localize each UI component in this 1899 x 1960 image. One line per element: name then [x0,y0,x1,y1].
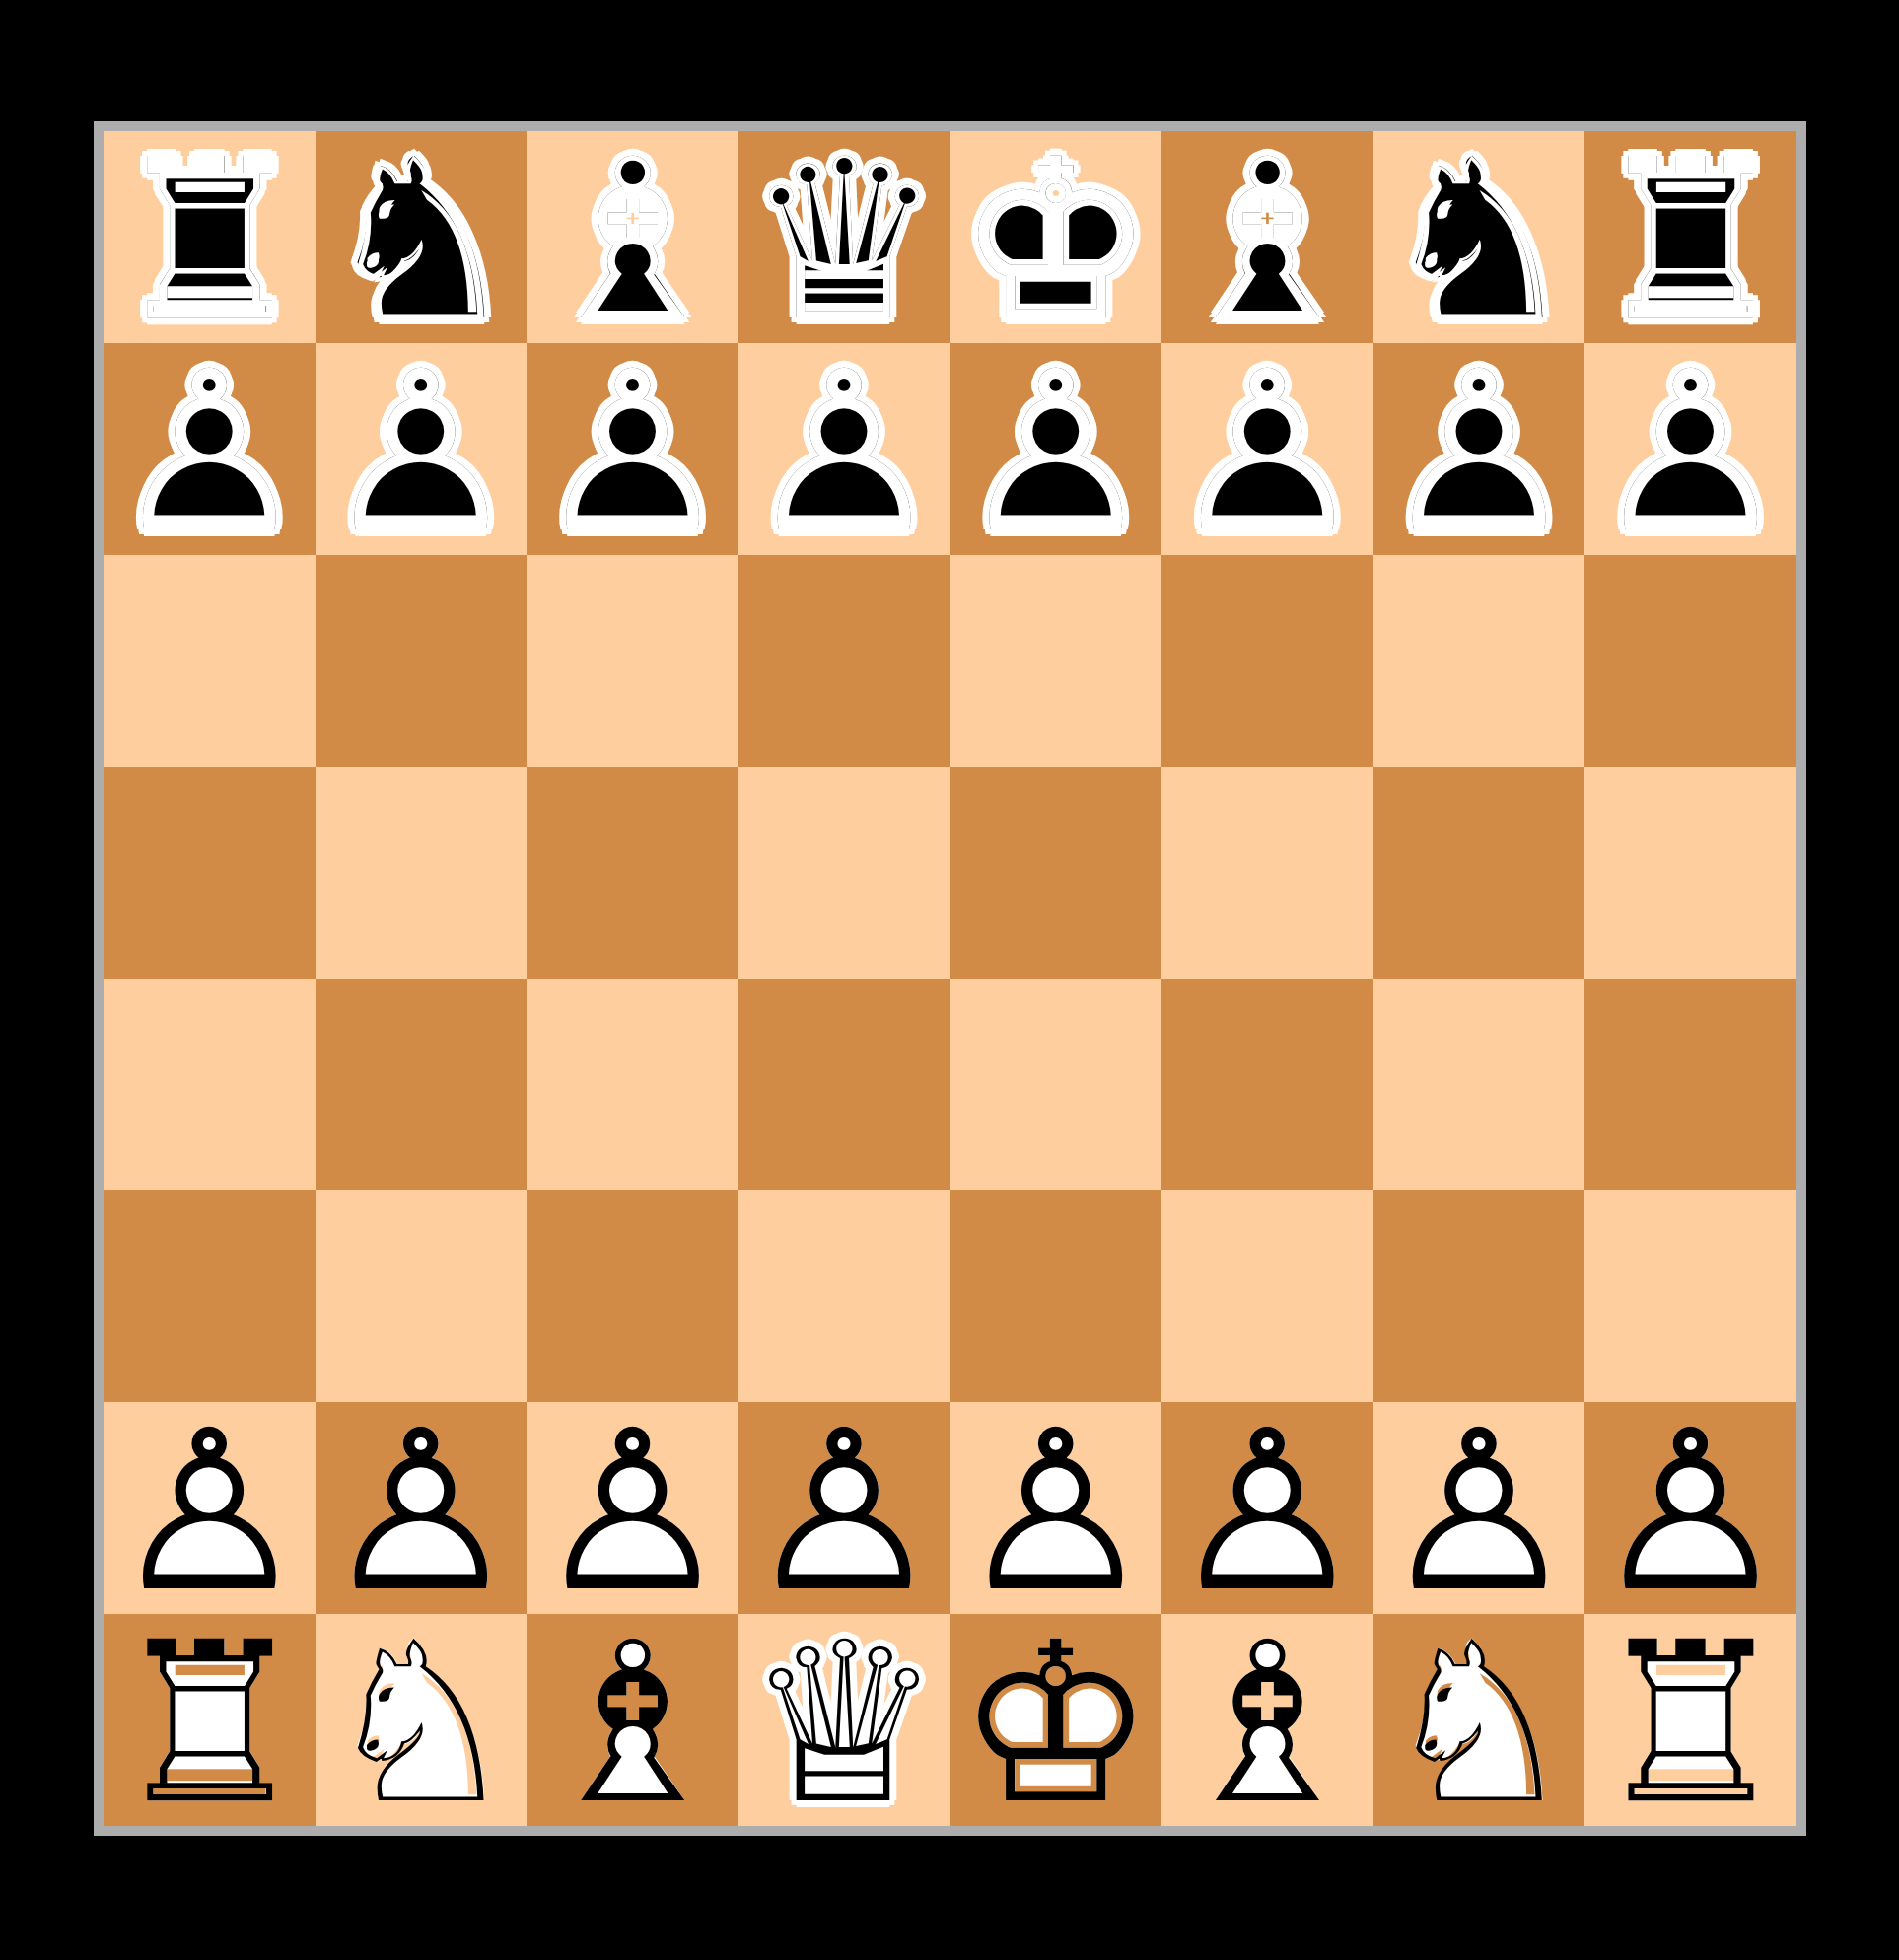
square-c4[interactable] [527,979,738,1191]
black-pawn[interactable]: ♟♙ [950,343,1162,555]
square-a3[interactable] [104,1190,316,1402]
white-pawn[interactable]: ♟♙ [104,1402,316,1614]
black-pawn[interactable]: ♟♙ [316,343,527,555]
page-background: ♜♖♞♘♝♗♛♕♚♔♝♗♞♘♜♖♟♙♟♙♟♙♟♙♟♙♟♙♟♙♟♙♟♙♟♙♟♙♟♙… [0,0,1899,1960]
white-pawn[interactable]: ♟♙ [738,1402,950,1614]
square-a5[interactable] [104,767,316,979]
piece-glyph-line: ♘ [1373,1618,1585,1830]
white-pawn[interactable]: ♟♙ [1373,1402,1585,1614]
square-c2[interactable]: ♟♙ [527,1402,738,1614]
square-c5[interactable] [527,767,738,979]
black-pawn[interactable]: ♟♙ [104,343,316,555]
piece-glyph-line: ♖ [104,1618,316,1830]
white-pawn[interactable]: ♟♙ [527,1402,738,1614]
black-knight[interactable]: ♞♘ [316,131,527,343]
square-h6[interactable] [1584,555,1796,767]
square-d6[interactable] [738,555,950,767]
white-king[interactable]: ♚♔ [950,1614,1162,1826]
square-d7[interactable]: ♟♙ [738,343,950,555]
piece-glyph-line: ♙ [527,1406,738,1618]
square-c6[interactable] [527,555,738,767]
square-e7[interactable]: ♟♙ [950,343,1162,555]
white-pawn[interactable]: ♟♙ [1584,1402,1796,1614]
piece-glyph-line: ♙ [316,1406,527,1618]
piece-glyph-line: ♙ [950,1406,1162,1618]
black-bishop[interactable]: ♝♗ [1161,131,1373,343]
square-h8[interactable]: ♜♖ [1584,131,1796,343]
piece-glyph-line: ♕ [738,1618,950,1830]
square-a8[interactable]: ♜♖ [104,131,316,343]
black-queen[interactable]: ♛♕ [738,131,950,343]
white-bishop[interactable]: ♝♗ [1161,1614,1373,1826]
white-pawn[interactable]: ♟♙ [1161,1402,1373,1614]
piece-glyph-line: ♙ [738,347,950,559]
square-d2[interactable]: ♟♙ [738,1402,950,1614]
piece-glyph-line: ♙ [527,347,738,559]
square-e8[interactable]: ♚♔ [950,131,1162,343]
black-knight[interactable]: ♞♘ [1373,131,1585,343]
square-c7[interactable]: ♟♙ [527,343,738,555]
piece-glyph-line: ♙ [1373,347,1585,559]
piece-glyph-line: ♙ [1161,347,1373,559]
white-rook[interactable]: ♜♖ [104,1614,316,1826]
square-e5[interactable] [950,767,1162,979]
square-g2[interactable]: ♟♙ [1373,1402,1585,1614]
square-d4[interactable] [738,979,950,1191]
square-a1[interactable]: ♜♖ [104,1614,316,1826]
square-g8[interactable]: ♞♘ [1373,131,1585,343]
square-d8[interactable]: ♛♕ [738,131,950,343]
square-d1[interactable]: ♛♕ [738,1614,950,1826]
piece-glyph-line: ♗ [527,1618,738,1830]
black-king[interactable]: ♚♔ [950,131,1162,343]
square-c1[interactable]: ♝♗ [527,1614,738,1826]
white-pawn[interactable]: ♟♙ [950,1402,1162,1614]
piece-glyph-line: ♗ [527,135,738,347]
square-f2[interactable]: ♟♙ [1161,1402,1373,1614]
square-d3[interactable] [738,1190,950,1402]
square-b5[interactable] [316,767,527,979]
square-h2[interactable]: ♟♙ [1584,1402,1796,1614]
white-rook[interactable]: ♜♖ [1584,1614,1796,1826]
piece-glyph-line: ♙ [738,1406,950,1618]
black-rook[interactable]: ♜♖ [104,131,316,343]
square-g4[interactable] [1373,979,1585,1191]
square-f7[interactable]: ♟♙ [1161,343,1373,555]
piece-glyph-line: ♔ [950,135,1162,347]
square-c8[interactable]: ♝♗ [527,131,738,343]
square-f5[interactable] [1161,767,1373,979]
piece-glyph-line: ♙ [316,347,527,559]
square-b1[interactable]: ♞♘ [316,1614,527,1826]
piece-glyph-line: ♘ [316,1618,527,1830]
square-h1[interactable]: ♜♖ [1584,1614,1796,1826]
square-a4[interactable] [104,979,316,1191]
piece-glyph-line: ♙ [104,347,316,559]
piece-glyph-line: ♖ [104,135,316,347]
square-b3[interactable] [316,1190,527,1402]
square-h5[interactable] [1584,767,1796,979]
piece-glyph-line: ♗ [1161,1618,1373,1830]
piece-glyph-line: ♕ [738,135,950,347]
white-bishop[interactable]: ♝♗ [527,1614,738,1826]
piece-glyph-line: ♙ [1161,1406,1373,1618]
black-bishop[interactable]: ♝♗ [527,131,738,343]
square-b4[interactable] [316,979,527,1191]
piece-glyph-line: ♘ [316,135,527,347]
piece-glyph-line: ♙ [950,347,1162,559]
white-knight[interactable]: ♞♘ [316,1614,527,1826]
square-f1[interactable]: ♝♗ [1161,1614,1373,1826]
square-e4[interactable] [950,979,1162,1191]
black-pawn[interactable]: ♟♙ [527,343,738,555]
square-e1[interactable]: ♚♔ [950,1614,1162,1826]
black-pawn[interactable]: ♟♙ [1161,343,1373,555]
square-e2[interactable]: ♟♙ [950,1402,1162,1614]
square-a2[interactable]: ♟♙ [104,1402,316,1614]
white-pawn[interactable]: ♟♙ [316,1402,527,1614]
square-a7[interactable]: ♟♙ [104,343,316,555]
piece-glyph-line: ♙ [1584,1406,1796,1618]
square-f3[interactable] [1161,1190,1373,1402]
piece-glyph-line: ♙ [1373,1406,1585,1618]
white-queen[interactable]: ♛♕ [738,1614,950,1826]
square-g6[interactable] [1373,555,1585,767]
square-e6[interactable] [950,555,1162,767]
square-g3[interactable] [1373,1190,1585,1402]
black-pawn[interactable]: ♟♙ [1373,343,1585,555]
black-rook[interactable]: ♜♖ [1584,131,1796,343]
square-g1[interactable]: ♞♘ [1373,1614,1585,1826]
black-pawn[interactable]: ♟♙ [1584,343,1796,555]
piece-glyph-line: ♖ [1584,135,1796,347]
piece-glyph-line: ♙ [104,1406,316,1618]
white-knight[interactable]: ♞♘ [1373,1614,1585,1826]
square-g5[interactable] [1373,767,1585,979]
square-b6[interactable] [316,555,527,767]
piece-glyph-line: ♔ [950,1618,1162,1830]
piece-glyph-line: ♖ [1584,1618,1796,1830]
square-f6[interactable] [1161,555,1373,767]
square-h4[interactable] [1584,979,1796,1191]
piece-glyph-line: ♘ [1373,135,1585,347]
square-h3[interactable] [1584,1190,1796,1402]
square-f4[interactable] [1161,979,1373,1191]
black-pawn[interactable]: ♟♙ [738,343,950,555]
square-e3[interactable] [950,1190,1162,1402]
square-b8[interactable]: ♞♘ [316,131,527,343]
square-b2[interactable]: ♟♙ [316,1402,527,1614]
square-b7[interactable]: ♟♙ [316,343,527,555]
square-d5[interactable] [738,767,950,979]
square-f8[interactable]: ♝♗ [1161,131,1373,343]
chess-board[interactable]: ♜♖♞♘♝♗♛♕♚♔♝♗♞♘♜♖♟♙♟♙♟♙♟♙♟♙♟♙♟♙♟♙♟♙♟♙♟♙♟♙… [94,121,1806,1836]
piece-glyph-line: ♗ [1161,135,1373,347]
square-h7[interactable]: ♟♙ [1584,343,1796,555]
square-g7[interactable]: ♟♙ [1373,343,1585,555]
square-a6[interactable] [104,555,316,767]
square-c3[interactable] [527,1190,738,1402]
piece-glyph-line: ♙ [1584,347,1796,559]
